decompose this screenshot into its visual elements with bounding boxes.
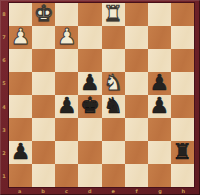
square-f6[interactable] bbox=[125, 49, 148, 72]
square-f5[interactable] bbox=[125, 72, 148, 95]
rank-label-2: 2 bbox=[0, 150, 8, 156]
rank-label-7: 7 bbox=[0, 34, 8, 40]
square-c1[interactable] bbox=[55, 164, 78, 187]
file-label-f: f bbox=[132, 188, 142, 194]
file-label-h: h bbox=[178, 188, 188, 194]
black-pawn[interactable]: ♟ bbox=[57, 95, 77, 117]
white-pawn[interactable]: ♟ bbox=[57, 26, 77, 48]
square-h2[interactable]: ♜ bbox=[171, 141, 194, 164]
square-b3[interactable] bbox=[32, 118, 55, 141]
square-b2[interactable] bbox=[32, 141, 55, 164]
square-g3[interactable] bbox=[148, 118, 171, 141]
square-e2[interactable] bbox=[102, 141, 125, 164]
black-knight[interactable]: ♞ bbox=[103, 95, 123, 117]
square-f8[interactable] bbox=[125, 3, 148, 26]
square-g8[interactable] bbox=[148, 3, 171, 26]
rank-label-5: 5 bbox=[0, 80, 8, 86]
square-c4[interactable]: ♟ bbox=[55, 95, 78, 118]
square-g1[interactable] bbox=[148, 164, 171, 187]
square-f2[interactable] bbox=[125, 141, 148, 164]
square-a1[interactable] bbox=[9, 164, 32, 187]
square-h7[interactable] bbox=[171, 26, 194, 49]
square-a2[interactable]: ♟ bbox=[9, 141, 32, 164]
square-f4[interactable] bbox=[125, 95, 148, 118]
square-d1[interactable] bbox=[78, 164, 101, 187]
file-label-b: b bbox=[38, 188, 48, 194]
white-knight[interactable]: ♞ bbox=[103, 72, 123, 94]
chess-app: ♚♜♟♟♟♞♟♟♚♞♟♟♜ 87654321abcdefgh bbox=[0, 0, 200, 195]
square-e8[interactable]: ♜ bbox=[102, 3, 125, 26]
square-f1[interactable] bbox=[125, 164, 148, 187]
square-f3[interactable] bbox=[125, 118, 148, 141]
square-b4[interactable] bbox=[32, 95, 55, 118]
square-b8[interactable]: ♚ bbox=[32, 3, 55, 26]
square-c3[interactable] bbox=[55, 118, 78, 141]
square-d2[interactable] bbox=[78, 141, 101, 164]
square-f7[interactable] bbox=[125, 26, 148, 49]
square-c2[interactable] bbox=[55, 141, 78, 164]
black-pawn[interactable]: ♟ bbox=[80, 72, 100, 94]
rank-label-6: 6 bbox=[0, 57, 8, 63]
square-a6[interactable] bbox=[9, 49, 32, 72]
rank-label-3: 3 bbox=[0, 127, 8, 133]
square-b1[interactable] bbox=[32, 164, 55, 187]
square-a4[interactable] bbox=[9, 95, 32, 118]
file-label-a: a bbox=[15, 188, 25, 194]
square-g2[interactable] bbox=[148, 141, 171, 164]
file-label-e: e bbox=[108, 188, 118, 194]
square-h6[interactable] bbox=[171, 49, 194, 72]
square-c6[interactable] bbox=[55, 49, 78, 72]
square-d3[interactable] bbox=[78, 118, 101, 141]
square-b7[interactable] bbox=[32, 26, 55, 49]
file-label-c: c bbox=[61, 188, 71, 194]
black-pawn[interactable]: ♟ bbox=[11, 141, 31, 163]
square-g4[interactable]: ♟ bbox=[148, 95, 171, 118]
square-e7[interactable] bbox=[102, 26, 125, 49]
chess-board: ♚♜♟♟♟♞♟♟♚♞♟♟♜ bbox=[8, 2, 195, 188]
square-a5[interactable] bbox=[9, 72, 32, 95]
square-h5[interactable] bbox=[171, 72, 194, 95]
square-b5[interactable] bbox=[32, 72, 55, 95]
square-d8[interactable] bbox=[78, 3, 101, 26]
black-rook[interactable]: ♜ bbox=[173, 141, 193, 163]
square-h4[interactable] bbox=[171, 95, 194, 118]
rank-label-4: 4 bbox=[0, 104, 8, 110]
rank-label-1: 1 bbox=[0, 173, 8, 179]
square-d7[interactable] bbox=[78, 26, 101, 49]
square-d4[interactable]: ♚ bbox=[78, 95, 101, 118]
white-rook[interactable]: ♜ bbox=[103, 3, 123, 25]
square-c7[interactable]: ♟ bbox=[55, 26, 78, 49]
square-e4[interactable]: ♞ bbox=[102, 95, 125, 118]
square-a7[interactable]: ♟ bbox=[9, 26, 32, 49]
file-label-g: g bbox=[155, 188, 165, 194]
square-e3[interactable] bbox=[102, 118, 125, 141]
white-king[interactable]: ♚ bbox=[34, 3, 54, 25]
white-pawn[interactable]: ♟ bbox=[11, 26, 31, 48]
square-b6[interactable] bbox=[32, 49, 55, 72]
file-label-d: d bbox=[85, 188, 95, 194]
square-h8[interactable] bbox=[171, 3, 194, 26]
black-pawn[interactable]: ♟ bbox=[149, 95, 169, 117]
square-g7[interactable] bbox=[148, 26, 171, 49]
rank-label-8: 8 bbox=[0, 11, 8, 17]
black-king[interactable]: ♚ bbox=[80, 95, 100, 117]
black-pawn[interactable]: ♟ bbox=[149, 72, 169, 94]
square-e1[interactable] bbox=[102, 164, 125, 187]
square-h1[interactable] bbox=[171, 164, 194, 187]
